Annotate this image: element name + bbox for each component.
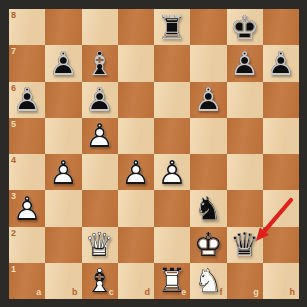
square-h3[interactable]	[263, 190, 299, 226]
square-b4[interactable]: ♟♙	[45, 154, 81, 190]
square-g4[interactable]	[227, 154, 263, 190]
square-d7[interactable]	[118, 45, 154, 81]
square-d6[interactable]	[118, 82, 154, 118]
square-g7[interactable]: ♟♙	[227, 45, 263, 81]
rank-label-3: 3	[11, 192, 16, 201]
square-f2[interactable]: ♚♔	[190, 227, 226, 263]
square-b3[interactable]	[45, 190, 81, 226]
square-b7[interactable]: ♟♙	[45, 45, 81, 81]
rank-label-1: 1	[11, 265, 16, 274]
square-c6[interactable]: ♟♙	[82, 82, 118, 118]
rank-label-7: 7	[11, 47, 16, 56]
square-f8[interactable]	[190, 9, 226, 45]
square-h4[interactable]	[263, 154, 299, 190]
square-e3[interactable]	[154, 190, 190, 226]
file-label-e: e	[181, 288, 186, 297]
piece-white-pawn[interactable]: ♟♙	[45, 154, 81, 190]
square-e7[interactable]	[154, 45, 190, 81]
square-d5[interactable]	[118, 118, 154, 154]
square-g5[interactable]	[227, 118, 263, 154]
square-b2[interactable]	[45, 227, 81, 263]
square-b1[interactable]: b	[45, 263, 81, 299]
file-label-d: d	[145, 288, 151, 297]
square-a8[interactable]: 8	[9, 9, 45, 45]
file-label-c: c	[109, 288, 114, 297]
square-c5[interactable]: ♟♙	[82, 118, 118, 154]
piece-white-king[interactable]: ♚♔	[190, 227, 226, 263]
board-frame: 8♜♖♚♔7♟♙♝♗♟♙♟♙6♟♙♟♙♟♙5♟♙4♟♙♟♙♟♙3♟♙♞♘2♛♕♚…	[0, 0, 307, 307]
piece-black-pawn[interactable]: ♟♙	[190, 82, 226, 118]
square-a6[interactable]: 6♟♙	[9, 82, 45, 118]
rank-label-5: 5	[11, 120, 16, 129]
piece-white-queen[interactable]: ♛♕	[82, 227, 118, 263]
piece-black-rook[interactable]: ♜♖	[154, 9, 190, 45]
square-g6[interactable]	[227, 82, 263, 118]
square-f5[interactable]	[190, 118, 226, 154]
square-b5[interactable]	[45, 118, 81, 154]
rank-label-2: 2	[11, 229, 16, 238]
square-d2[interactable]	[118, 227, 154, 263]
square-f6[interactable]: ♟♙	[190, 82, 226, 118]
square-f1[interactable]: f♞♘	[190, 263, 226, 299]
piece-black-knight[interactable]: ♞♘	[190, 190, 226, 226]
square-f4[interactable]	[190, 154, 226, 190]
piece-white-pawn[interactable]: ♟♙	[118, 154, 154, 190]
square-e5[interactable]	[154, 118, 190, 154]
file-label-b: b	[72, 288, 78, 297]
piece-black-pawn[interactable]: ♟♙	[227, 45, 263, 81]
square-a7[interactable]: 7	[9, 45, 45, 81]
piece-white-pawn[interactable]: ♟♙	[154, 154, 190, 190]
square-b6[interactable]	[45, 82, 81, 118]
rank-label-6: 6	[11, 84, 16, 93]
square-g2[interactable]: ♛♕	[227, 227, 263, 263]
square-h5[interactable]	[263, 118, 299, 154]
piece-black-pawn[interactable]: ♟♙	[82, 82, 118, 118]
square-h2[interactable]	[263, 227, 299, 263]
square-d8[interactable]	[118, 9, 154, 45]
square-h1[interactable]: h	[263, 263, 299, 299]
file-label-f: f	[220, 288, 223, 297]
square-c1[interactable]: c♝♗	[82, 263, 118, 299]
piece-black-bishop[interactable]: ♝♗	[82, 45, 118, 81]
square-b8[interactable]	[45, 9, 81, 45]
square-c2[interactable]: ♛♕	[82, 227, 118, 263]
chess-board: 8♜♖♚♔7♟♙♝♗♟♙♟♙6♟♙♟♙♟♙5♟♙4♟♙♟♙♟♙3♟♙♞♘2♛♕♚…	[9, 9, 299, 299]
square-h6[interactable]	[263, 82, 299, 118]
square-f7[interactable]	[190, 45, 226, 81]
square-a5[interactable]: 5	[9, 118, 45, 154]
square-c3[interactable]	[82, 190, 118, 226]
square-c8[interactable]	[82, 9, 118, 45]
piece-white-pawn[interactable]: ♟♙	[82, 118, 118, 154]
square-g1[interactable]: g	[227, 263, 263, 299]
file-label-a: a	[36, 288, 41, 297]
square-e8[interactable]: ♜♖	[154, 9, 190, 45]
square-g3[interactable]	[227, 190, 263, 226]
square-a1[interactable]: 1a	[9, 263, 45, 299]
piece-black-queen[interactable]: ♛♕	[227, 227, 263, 263]
square-c7[interactable]: ♝♗	[82, 45, 118, 81]
square-d4[interactable]: ♟♙	[118, 154, 154, 190]
square-c4[interactable]	[82, 154, 118, 190]
square-h7[interactable]: ♟♙	[263, 45, 299, 81]
square-e4[interactable]: ♟♙	[154, 154, 190, 190]
square-f3[interactable]: ♞♘	[190, 190, 226, 226]
square-e1[interactable]: e♜♖	[154, 263, 190, 299]
square-d1[interactable]: d	[118, 263, 154, 299]
rank-label-8: 8	[11, 11, 16, 20]
square-d3[interactable]	[118, 190, 154, 226]
square-g8[interactable]: ♚♔	[227, 9, 263, 45]
piece-black-pawn[interactable]: ♟♙	[45, 45, 81, 81]
file-label-h: h	[290, 288, 296, 297]
piece-black-pawn[interactable]: ♟♙	[263, 45, 299, 81]
square-e6[interactable]	[154, 82, 190, 118]
square-a3[interactable]: 3♟♙	[9, 190, 45, 226]
file-label-g: g	[253, 288, 259, 297]
piece-black-king[interactable]: ♚♔	[227, 9, 263, 45]
square-a4[interactable]: 4	[9, 154, 45, 190]
square-e2[interactable]	[154, 227, 190, 263]
square-h8[interactable]	[263, 9, 299, 45]
rank-label-4: 4	[11, 156, 16, 165]
square-a2[interactable]: 2	[9, 227, 45, 263]
